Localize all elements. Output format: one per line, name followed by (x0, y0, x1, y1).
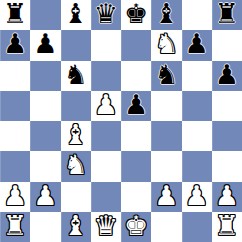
square-a8[interactable]: ♜ (0, 0, 30, 30)
square-f8[interactable]: ♝ (151, 0, 181, 30)
square-h4[interactable] (212, 121, 242, 151)
square-h6[interactable]: ♟ (212, 61, 242, 91)
square-d1[interactable]: ♛ (91, 212, 121, 242)
square-g6[interactable] (182, 61, 212, 91)
square-e6[interactable] (121, 61, 151, 91)
piece-white-rook: ♜ (3, 212, 27, 241)
piece-black-rook: ♜ (215, 0, 239, 29)
square-e3[interactable] (121, 151, 151, 181)
square-h8[interactable]: ♜ (212, 0, 242, 30)
square-b7[interactable]: ♟ (30, 30, 60, 60)
square-d3[interactable] (91, 151, 121, 181)
chess-board: ♜♝♛♚♝♜♟♟♞♟♞♞♟♟♟♝♞♟♟♟♟♟♜♝♛♚♜ (0, 0, 242, 242)
square-f4[interactable] (151, 121, 181, 151)
square-c7[interactable] (61, 30, 91, 60)
square-c8[interactable]: ♝ (61, 0, 91, 30)
square-b2[interactable]: ♟ (30, 182, 60, 212)
square-g1[interactable] (182, 212, 212, 242)
square-c1[interactable]: ♝ (61, 212, 91, 242)
square-c5[interactable] (61, 91, 91, 121)
piece-white-pawn: ♟ (94, 91, 118, 120)
square-b1[interactable] (30, 212, 60, 242)
square-b6[interactable] (30, 61, 60, 91)
square-e4[interactable] (121, 121, 151, 151)
piece-black-rook: ♜ (3, 0, 27, 29)
square-d7[interactable] (91, 30, 121, 60)
piece-white-pawn: ♟ (215, 182, 239, 211)
piece-white-pawn: ♟ (33, 182, 57, 211)
piece-black-pawn: ♟ (3, 30, 27, 59)
piece-white-bishop: ♝ (64, 121, 88, 150)
square-d2[interactable] (91, 182, 121, 212)
square-a7[interactable]: ♟ (0, 30, 30, 60)
square-h5[interactable] (212, 91, 242, 121)
piece-black-king: ♚ (124, 0, 148, 29)
square-c4[interactable]: ♝ (61, 121, 91, 151)
square-g3[interactable] (182, 151, 212, 181)
square-a4[interactable] (0, 121, 30, 151)
piece-white-queen: ♛ (94, 212, 118, 241)
square-e7[interactable] (121, 30, 151, 60)
piece-white-bishop: ♝ (64, 212, 88, 241)
square-a3[interactable] (0, 151, 30, 181)
square-h2[interactable]: ♟ (212, 182, 242, 212)
square-f5[interactable] (151, 91, 181, 121)
square-b8[interactable] (30, 0, 60, 30)
piece-white-pawn: ♟ (185, 182, 209, 211)
square-b3[interactable] (30, 151, 60, 181)
piece-black-bishop: ♝ (154, 0, 178, 29)
square-c6[interactable]: ♞ (61, 61, 91, 91)
square-c3[interactable]: ♞ (61, 151, 91, 181)
square-f1[interactable] (151, 212, 181, 242)
square-a2[interactable]: ♟ (0, 182, 30, 212)
square-e2[interactable] (121, 182, 151, 212)
square-h7[interactable] (212, 30, 242, 60)
piece-black-pawn: ♟ (215, 61, 239, 90)
square-a6[interactable] (0, 61, 30, 91)
square-g8[interactable] (182, 0, 212, 30)
square-h1[interactable]: ♜ (212, 212, 242, 242)
square-a1[interactable]: ♜ (0, 212, 30, 242)
square-d5[interactable]: ♟ (91, 91, 121, 121)
square-f6[interactable]: ♞ (151, 61, 181, 91)
piece-white-rook: ♜ (215, 212, 239, 241)
piece-black-queen: ♛ (94, 0, 118, 29)
square-f7[interactable]: ♞ (151, 30, 181, 60)
square-g5[interactable] (182, 91, 212, 121)
square-g2[interactable]: ♟ (182, 182, 212, 212)
square-e5[interactable]: ♟ (121, 91, 151, 121)
piece-white-pawn: ♟ (3, 182, 27, 211)
square-c2[interactable] (61, 182, 91, 212)
piece-black-pawn: ♟ (185, 30, 209, 59)
piece-black-bishop: ♝ (64, 0, 88, 29)
square-a5[interactable] (0, 91, 30, 121)
piece-black-pawn: ♟ (33, 30, 57, 59)
square-f3[interactable] (151, 151, 181, 181)
square-d8[interactable]: ♛ (91, 0, 121, 30)
square-b4[interactable] (30, 121, 60, 151)
piece-black-pawn: ♟ (124, 91, 148, 120)
piece-black-knight: ♞ (64, 61, 88, 90)
piece-white-pawn: ♟ (154, 182, 178, 211)
piece-white-knight: ♞ (64, 151, 88, 180)
square-d4[interactable] (91, 121, 121, 151)
piece-white-king: ♚ (124, 212, 148, 241)
piece-white-knight: ♞ (154, 30, 178, 59)
square-d6[interactable] (91, 61, 121, 91)
square-f2[interactable]: ♟ (151, 182, 181, 212)
square-h3[interactable] (212, 151, 242, 181)
piece-black-knight: ♞ (154, 61, 178, 90)
square-e1[interactable]: ♚ (121, 212, 151, 242)
square-g4[interactable] (182, 121, 212, 151)
square-e8[interactable]: ♚ (121, 0, 151, 30)
square-b5[interactable] (30, 91, 60, 121)
square-g7[interactable]: ♟ (182, 30, 212, 60)
